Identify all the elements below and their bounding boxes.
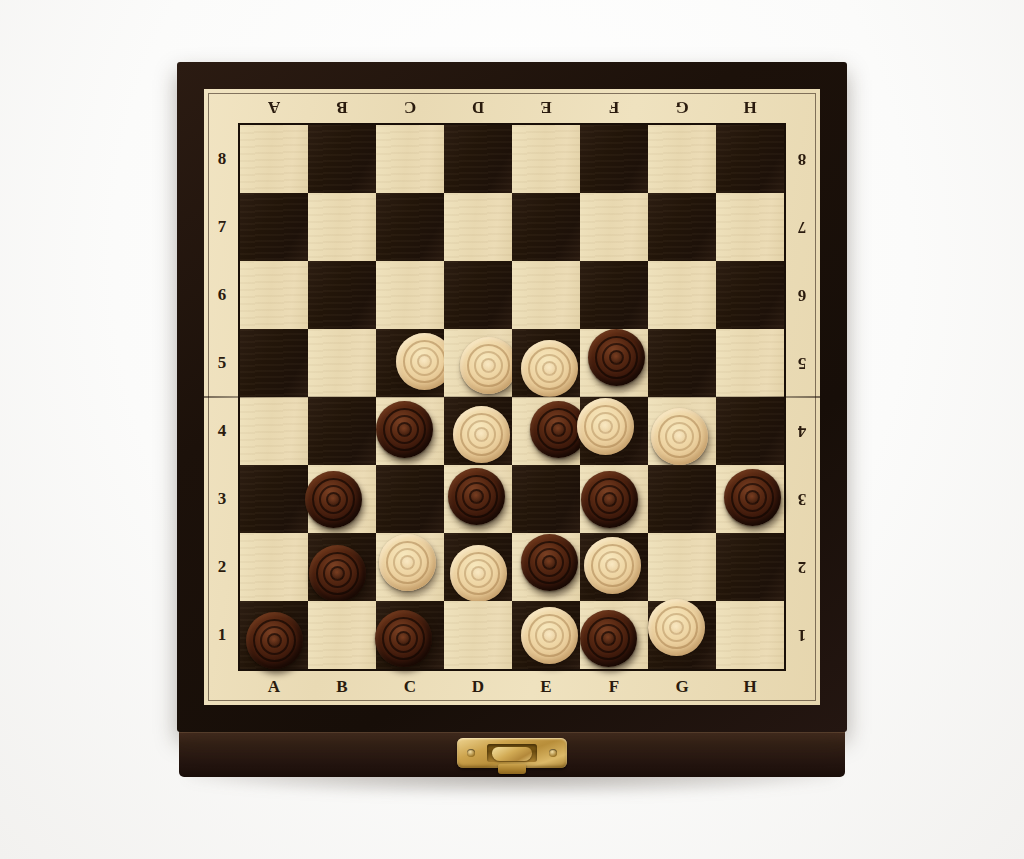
label-right-7: 7 [785, 193, 819, 261]
label-left-7: 7 [205, 193, 239, 261]
square-h5[interactable] [716, 329, 784, 397]
checker-dark-h3[interactable] [724, 469, 781, 526]
square-a7[interactable] [240, 193, 308, 261]
label-left-6: 6 [205, 261, 239, 329]
square-g5[interactable] [648, 329, 716, 397]
label-top-h: H [716, 90, 784, 124]
square-g6[interactable] [648, 261, 716, 329]
square-a2[interactable] [240, 533, 308, 601]
square-f8[interactable] [580, 125, 648, 193]
label-bottom-h: H [716, 670, 784, 704]
square-g8[interactable] [648, 125, 716, 193]
checker-dark-c4[interactable] [376, 401, 433, 458]
checker-ring [330, 566, 345, 581]
square-c3[interactable] [376, 465, 444, 533]
square-f1[interactable] [580, 601, 648, 669]
label-right-8: 8 [785, 125, 819, 193]
square-a1[interactable] [240, 601, 308, 669]
label-top-a: A [240, 90, 308, 124]
clasp-screw-left [467, 749, 475, 757]
checker-ring [745, 490, 760, 505]
square-e4[interactable] [512, 397, 580, 465]
label-bottom-f: F [580, 670, 648, 704]
label-right-4: 4 [785, 397, 819, 465]
clasp-screw-right [549, 749, 557, 757]
checker-ring [672, 429, 687, 444]
checker-dark-c1[interactable] [375, 610, 432, 667]
square-b5[interactable] [308, 329, 376, 397]
checker-light-f2[interactable] [584, 537, 641, 594]
square-e6[interactable] [512, 261, 580, 329]
square-d6[interactable] [444, 261, 512, 329]
label-bottom-a: A [240, 670, 308, 704]
checker-ring [605, 558, 620, 573]
square-a6[interactable] [240, 261, 308, 329]
square-c8[interactable] [376, 125, 444, 193]
checker-light-d4[interactable] [453, 406, 510, 463]
square-g7[interactable] [648, 193, 716, 261]
square-c6[interactable] [376, 261, 444, 329]
checker-ring [542, 555, 557, 570]
clasp-hook [492, 747, 532, 761]
checker-dark-a1[interactable] [246, 612, 303, 669]
file-labels-bottom: ABCDEFGH [240, 670, 784, 704]
square-b6[interactable] [308, 261, 376, 329]
square-e8[interactable] [512, 125, 580, 193]
checker-dark-b2[interactable] [309, 545, 366, 602]
checker-light-g1[interactable] [648, 599, 705, 656]
board-border: ABCDEFGH ABCDEFGH 87654321 87654321 [204, 89, 820, 705]
checker-ring [551, 422, 566, 437]
square-g4[interactable] [648, 397, 716, 465]
square-d8[interactable] [444, 125, 512, 193]
label-left-5: 5 [205, 329, 239, 397]
square-b4[interactable] [308, 397, 376, 465]
label-bottom-c: C [376, 670, 444, 704]
checker-dark-b3[interactable] [305, 471, 362, 528]
square-c7[interactable] [376, 193, 444, 261]
checker-light-e1[interactable] [521, 607, 578, 664]
square-a8[interactable] [240, 125, 308, 193]
clasp-tab [498, 764, 526, 774]
square-e5[interactable] [512, 329, 580, 397]
square-h4[interactable] [716, 397, 784, 465]
checker-dark-e2[interactable] [521, 534, 578, 591]
square-e1[interactable] [512, 601, 580, 669]
square-c4[interactable] [376, 397, 444, 465]
square-b3[interactable] [308, 465, 376, 533]
square-d2[interactable] [444, 533, 512, 601]
square-h6[interactable] [716, 261, 784, 329]
checker-dark-f3[interactable] [581, 471, 638, 528]
square-b8[interactable] [308, 125, 376, 193]
checker-ring [471, 566, 486, 581]
square-a4[interactable] [240, 397, 308, 465]
square-d3[interactable] [444, 465, 512, 533]
checker-ring [602, 492, 617, 507]
label-top-e: E [512, 90, 580, 124]
label-top-g: G [648, 90, 716, 124]
fold-seam [204, 396, 820, 398]
board-frame: ABCDEFGH ABCDEFGH 87654321 87654321 [177, 62, 847, 732]
square-a3[interactable] [240, 465, 308, 533]
checker-ring [601, 631, 616, 646]
label-bottom-e: E [512, 670, 580, 704]
checker-light-f4[interactable] [577, 398, 634, 455]
square-g3[interactable] [648, 465, 716, 533]
checker-light-d2[interactable] [450, 545, 507, 602]
label-top-c: C [376, 90, 444, 124]
square-h7[interactable] [716, 193, 784, 261]
product-photo-scene: ABCDEFGH ABCDEFGH 87654321 87654321 [0, 0, 1024, 859]
label-left-3: 3 [205, 465, 239, 533]
label-right-6: 6 [785, 261, 819, 329]
checker-ring [542, 361, 557, 376]
label-left-2: 2 [205, 533, 239, 601]
label-top-b: B [308, 90, 376, 124]
label-bottom-d: D [444, 670, 512, 704]
label-left-4: 4 [205, 397, 239, 465]
square-f4[interactable] [580, 397, 648, 465]
label-bottom-b: B [308, 670, 376, 704]
checker-ring [542, 628, 557, 643]
square-f2[interactable] [580, 533, 648, 601]
checker-ring [481, 358, 496, 373]
square-c5[interactable] [376, 329, 444, 397]
square-c2[interactable] [376, 533, 444, 601]
square-e7[interactable] [512, 193, 580, 261]
label-top-d: D [444, 90, 512, 124]
label-right-5: 5 [785, 329, 819, 397]
label-left-1: 1 [205, 601, 239, 669]
checker-ring [397, 422, 412, 437]
checker-ring [474, 427, 489, 442]
checker-light-g4[interactable] [651, 408, 708, 465]
checker-ring [609, 350, 624, 365]
square-f6[interactable] [580, 261, 648, 329]
checker-light-c2[interactable] [379, 534, 436, 591]
checker-ring [326, 492, 341, 507]
square-h1[interactable] [716, 601, 784, 669]
label-right-2: 2 [785, 533, 819, 601]
square-f3[interactable] [580, 465, 648, 533]
square-d7[interactable] [444, 193, 512, 261]
square-g1[interactable] [648, 601, 716, 669]
checker-dark-d3[interactable] [448, 468, 505, 525]
square-g2[interactable] [648, 533, 716, 601]
square-e3[interactable] [512, 465, 580, 533]
square-h3[interactable] [716, 465, 784, 533]
label-bottom-g: G [648, 670, 716, 704]
brass-clasp [457, 738, 567, 774]
checker-ring [417, 354, 432, 369]
checker-ring [469, 489, 484, 504]
square-e2[interactable] [512, 533, 580, 601]
checker-light-e5[interactable] [521, 340, 578, 397]
square-d5[interactable] [444, 329, 512, 397]
file-labels-top: ABCDEFGH [240, 90, 784, 124]
checker-ring [396, 631, 411, 646]
square-f7[interactable] [580, 193, 648, 261]
square-h2[interactable] [716, 533, 784, 601]
checker-ring [400, 555, 415, 570]
square-b1[interactable] [308, 601, 376, 669]
label-top-f: F [580, 90, 648, 124]
checker-dark-f1[interactable] [580, 610, 637, 667]
checker-ring [267, 633, 282, 648]
square-h8[interactable] [716, 125, 784, 193]
square-c1[interactable] [376, 601, 444, 669]
checker-ring [598, 419, 613, 434]
square-d1[interactable] [444, 601, 512, 669]
label-right-3: 3 [785, 465, 819, 533]
square-d4[interactable] [444, 397, 512, 465]
square-b2[interactable] [308, 533, 376, 601]
checker-dark-f5[interactable] [588, 329, 645, 386]
square-f5[interactable] [580, 329, 648, 397]
square-b7[interactable] [308, 193, 376, 261]
square-a5[interactable] [240, 329, 308, 397]
checker-light-d5[interactable] [460, 337, 517, 394]
label-right-1: 1 [785, 601, 819, 669]
checker-ring [669, 620, 684, 635]
label-left-8: 8 [205, 125, 239, 193]
